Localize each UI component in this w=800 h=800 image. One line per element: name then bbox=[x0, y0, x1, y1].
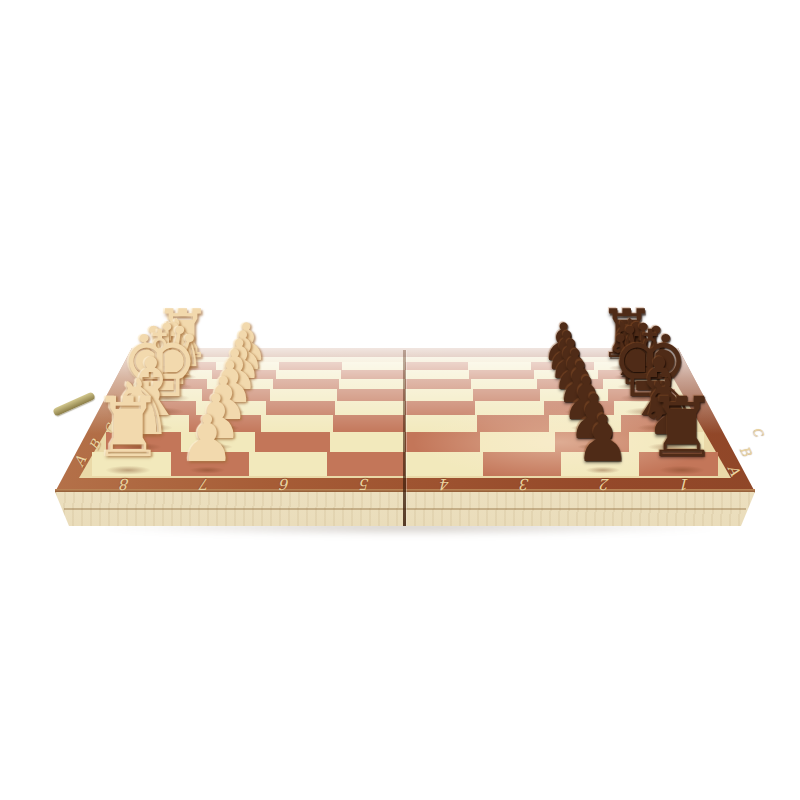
piece-shadow bbox=[190, 467, 226, 474]
square bbox=[561, 452, 639, 476]
white-knight: ♞ bbox=[108, 370, 174, 447]
square bbox=[473, 389, 541, 401]
square bbox=[603, 379, 669, 389]
square bbox=[147, 370, 211, 379]
white-pawn: ♟ bbox=[190, 386, 242, 447]
square bbox=[621, 415, 693, 432]
square bbox=[555, 432, 630, 452]
black-bishop: ♝ bbox=[606, 313, 668, 386]
square bbox=[544, 401, 614, 415]
square bbox=[405, 415, 477, 432]
square bbox=[106, 432, 181, 452]
white-pawn: ♟ bbox=[205, 354, 254, 411]
white-rook: ♜ bbox=[93, 387, 164, 470]
piece-shadow bbox=[617, 383, 657, 391]
piece-shadow bbox=[620, 394, 666, 403]
white-pawn: ♟ bbox=[198, 369, 248, 428]
square bbox=[471, 379, 537, 389]
piece-shadow bbox=[214, 409, 246, 415]
piece-shadow bbox=[585, 467, 621, 474]
square bbox=[117, 415, 189, 432]
black-knight: ♞ bbox=[636, 370, 702, 447]
black-pawn: ♟ bbox=[568, 386, 620, 447]
black-pawn: ♟ bbox=[575, 406, 630, 470]
square bbox=[534, 370, 598, 379]
square bbox=[276, 370, 340, 379]
square bbox=[614, 401, 684, 415]
black-pawn: ♟ bbox=[561, 369, 611, 428]
piece-shadow bbox=[144, 394, 190, 403]
square bbox=[405, 370, 469, 379]
black-rook: ♜ bbox=[599, 301, 656, 368]
board-frame-face bbox=[0, 0, 800, 800]
square bbox=[255, 432, 330, 452]
fold-seam bbox=[403, 350, 406, 526]
white-queen: ♛ bbox=[131, 314, 203, 398]
square bbox=[261, 415, 333, 432]
square bbox=[405, 401, 475, 415]
square bbox=[333, 415, 405, 432]
white-pawn: ♟ bbox=[221, 324, 266, 377]
piece-shadow bbox=[165, 365, 202, 372]
table-shadow bbox=[95, 518, 725, 536]
white-pawn: ♟ bbox=[211, 343, 258, 398]
piece-shadow bbox=[556, 384, 586, 390]
piece-shadow bbox=[564, 409, 596, 415]
square bbox=[537, 379, 603, 389]
labels-layer: 87654321ABCDABC bbox=[0, 0, 800, 800]
black-knight: ♞ bbox=[603, 310, 660, 376]
piece-shadow bbox=[153, 383, 193, 391]
square bbox=[212, 370, 276, 379]
piece-shadow bbox=[570, 425, 603, 431]
squares-layer bbox=[0, 0, 800, 800]
white-pawn: ♟ bbox=[180, 406, 235, 470]
square bbox=[540, 389, 608, 401]
pieces-layer: ♜♟♟♜♞♟♟♞♝♟♟♝♛♟♟♛♚♟♟♚♝♟♟♝♞♟♟♞♜♟♟♜ bbox=[0, 0, 800, 800]
square bbox=[330, 432, 405, 452]
table-shadow-wrap bbox=[0, 0, 800, 800]
square bbox=[142, 379, 208, 389]
square bbox=[189, 415, 261, 432]
square bbox=[477, 415, 549, 432]
square bbox=[181, 432, 256, 452]
piece-shadow bbox=[552, 374, 581, 380]
piece-shadow bbox=[560, 395, 591, 401]
square bbox=[405, 379, 471, 389]
black-rook: ♜ bbox=[646, 387, 717, 470]
square bbox=[341, 370, 405, 379]
piece-shadow bbox=[207, 425, 240, 431]
piece-shadow bbox=[119, 443, 162, 451]
square bbox=[153, 362, 216, 370]
square bbox=[337, 389, 405, 401]
square bbox=[405, 452, 483, 476]
coord-letter: D bbox=[118, 407, 132, 420]
piece-shadow bbox=[105, 466, 151, 475]
square bbox=[92, 452, 170, 476]
square bbox=[270, 389, 338, 401]
clasp-icon bbox=[52, 391, 95, 416]
square bbox=[171, 452, 249, 476]
square bbox=[639, 452, 717, 476]
white-bishop: ♝ bbox=[142, 313, 204, 386]
coord-letter: A bbox=[725, 462, 742, 477]
piece-shadow bbox=[224, 384, 254, 390]
piece-shadow bbox=[232, 365, 261, 370]
black-pawn: ♟ bbox=[548, 333, 594, 387]
light-sheen-overlay bbox=[0, 0, 800, 800]
piece-shadow bbox=[625, 407, 676, 417]
coord-letter: B bbox=[738, 444, 754, 458]
square bbox=[202, 389, 270, 401]
piece-shadow bbox=[549, 365, 578, 370]
piece-shadow bbox=[609, 365, 646, 372]
piece-shadow bbox=[129, 424, 173, 432]
piece-shadow bbox=[199, 444, 233, 450]
piece-shadow bbox=[220, 395, 251, 401]
square bbox=[127, 401, 197, 415]
square bbox=[549, 415, 621, 432]
piece-shadow bbox=[648, 443, 691, 451]
square bbox=[279, 362, 342, 370]
square bbox=[216, 362, 279, 370]
square bbox=[135, 389, 203, 401]
square bbox=[608, 389, 676, 401]
piece-shadow bbox=[229, 374, 258, 380]
square bbox=[475, 401, 545, 415]
black-pawn: ♟ bbox=[551, 343, 598, 398]
board-inner-border bbox=[0, 0, 800, 800]
square bbox=[207, 379, 273, 389]
black-pawn: ♟ bbox=[556, 354, 605, 411]
square bbox=[266, 401, 336, 415]
square bbox=[469, 370, 533, 379]
black-queen: ♛ bbox=[607, 314, 679, 398]
white-pawn: ♟ bbox=[216, 333, 262, 387]
square bbox=[249, 452, 327, 476]
square bbox=[339, 379, 405, 389]
coord-letter: C bbox=[751, 425, 766, 439]
square bbox=[594, 362, 657, 370]
piece-shadow bbox=[134, 407, 185, 417]
square bbox=[629, 432, 704, 452]
square bbox=[196, 401, 266, 415]
piece-shadow bbox=[613, 373, 650, 380]
piece-shadow bbox=[160, 373, 197, 380]
piece-shadow bbox=[659, 466, 705, 475]
piece-shadow bbox=[637, 424, 681, 432]
square bbox=[273, 379, 339, 389]
white-knight: ♞ bbox=[150, 310, 207, 376]
white-king: ♚ bbox=[120, 320, 199, 412]
black-pawn: ♟ bbox=[544, 324, 589, 377]
square bbox=[480, 432, 555, 452]
piece-shadow bbox=[577, 444, 611, 450]
coord-letter: C bbox=[103, 422, 118, 436]
coord-letter: B bbox=[87, 438, 103, 452]
square bbox=[335, 401, 405, 415]
square bbox=[405, 389, 473, 401]
square bbox=[405, 432, 480, 452]
black-king: ♚ bbox=[611, 320, 690, 412]
box-side-panel bbox=[0, 0, 800, 800]
square bbox=[598, 370, 662, 379]
black-pawn: ♟ bbox=[542, 316, 586, 368]
square bbox=[405, 362, 468, 370]
square bbox=[531, 362, 594, 370]
coord-letter: A bbox=[71, 453, 88, 468]
white-pawn: ♟ bbox=[224, 316, 268, 368]
black-bishop: ♝ bbox=[625, 348, 693, 428]
square bbox=[342, 362, 405, 370]
square bbox=[468, 362, 531, 370]
square bbox=[327, 452, 405, 476]
square bbox=[483, 452, 561, 476]
white-rook: ♜ bbox=[155, 301, 212, 368]
white-bishop: ♝ bbox=[117, 348, 185, 428]
